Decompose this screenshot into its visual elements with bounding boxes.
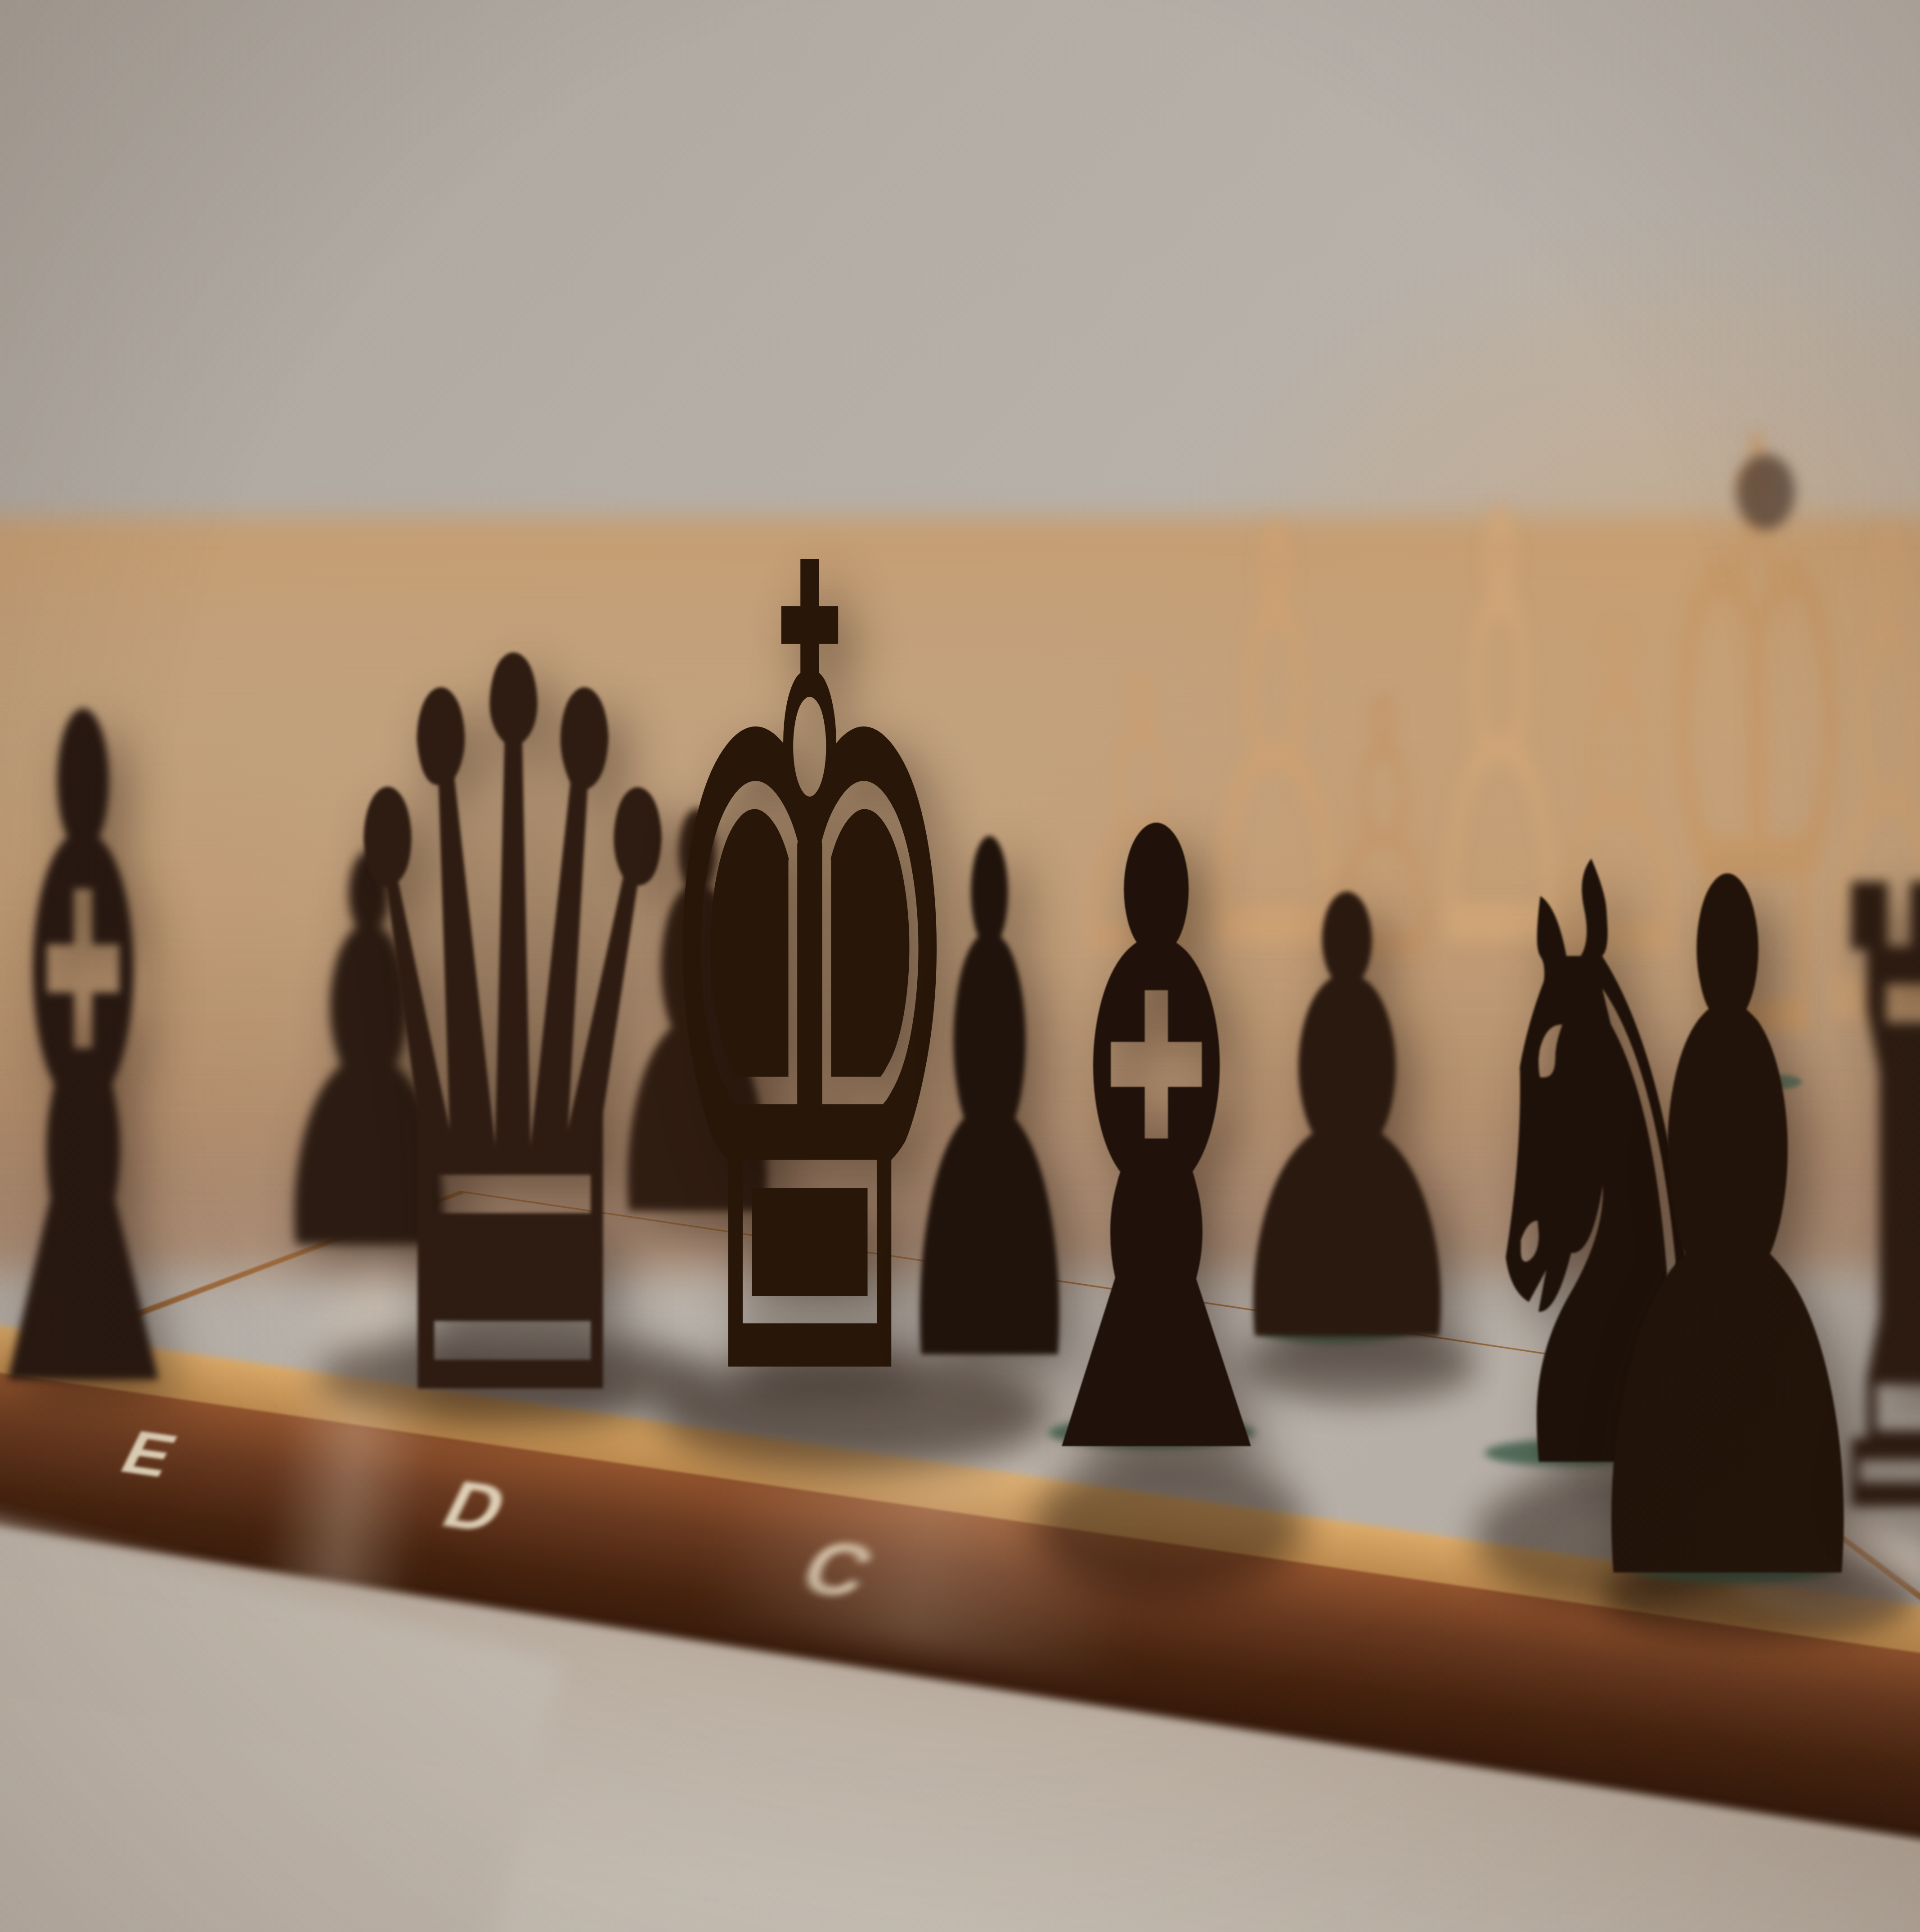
rail-letter-c: C xyxy=(790,1529,885,1609)
felt-under-knight xyxy=(1485,1439,1646,1466)
felt-under-mid-pawn xyxy=(1260,1318,1408,1343)
chess-photo-scene: ♙♙♙♙♙♔●♙ EDC ♝♟♛♟♚♟♝♟♞♟♜ xyxy=(0,0,1920,1932)
shadow-queen xyxy=(315,1331,711,1421)
felt-distant-base xyxy=(1766,1075,1802,1089)
felt-under-bishop xyxy=(1048,1417,1255,1448)
shadow-bishop xyxy=(1035,1453,1305,1597)
rail-letter-e: E xyxy=(112,1421,185,1486)
felt-under-right-pawn xyxy=(1628,1547,1840,1583)
depth-of-field-haze xyxy=(0,517,1920,1192)
rail-letter-d: D xyxy=(433,1471,518,1543)
shadow-king xyxy=(657,1354,1053,1471)
